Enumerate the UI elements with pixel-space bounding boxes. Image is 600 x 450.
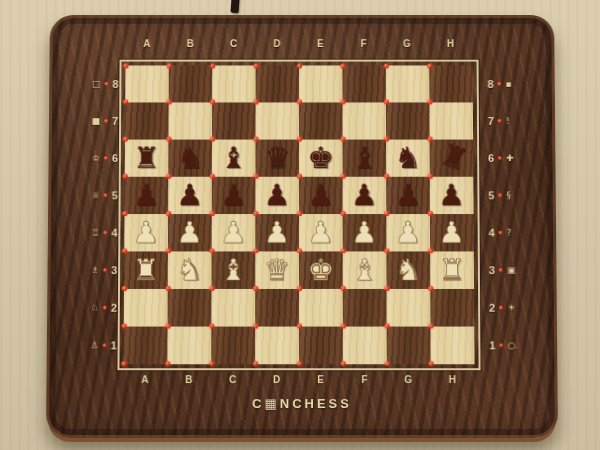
black-pawn: ♟ xyxy=(212,177,256,214)
square-d4: ♟ xyxy=(255,214,299,251)
square-d6: ♛ xyxy=(255,140,299,177)
black-pawn: ♟ xyxy=(386,177,430,214)
black-pawn: ♟ xyxy=(299,177,343,214)
black-rook: ♜ xyxy=(427,132,481,182)
square-a6: ♜ xyxy=(125,140,169,177)
rank-led xyxy=(104,119,108,123)
black-king: ♚ xyxy=(299,140,343,177)
square-a8 xyxy=(125,65,169,102)
white-pawn: ♟ xyxy=(168,214,212,251)
grid-square-icon: ▦ xyxy=(264,396,279,411)
black-pawn: ♟ xyxy=(343,177,387,214)
square-c6: ♝ xyxy=(212,140,256,177)
white-bishop: ♝ xyxy=(343,251,387,289)
rank-row-right-3: 3▣ xyxy=(489,251,529,289)
black-queen: ♛ xyxy=(255,140,299,177)
file-label-bottom-b: B xyxy=(167,374,211,385)
rank-row-left-8: □8 xyxy=(83,65,119,102)
white-pawn: ♟ xyxy=(299,214,343,251)
rank-led xyxy=(499,231,503,235)
file-label-top-b: B xyxy=(169,38,212,49)
black-rook: ♜ xyxy=(125,140,169,177)
file-label-top-c: C xyxy=(212,38,255,49)
square-d8 xyxy=(256,65,299,102)
square-h1 xyxy=(430,327,474,365)
black-pawn: ♟ xyxy=(168,177,212,214)
square-a5: ♟ xyxy=(124,177,168,214)
white-queen: ♛ xyxy=(255,251,299,289)
square-e1 xyxy=(299,327,343,365)
white-knight: ♞ xyxy=(168,251,212,289)
rank-row-right-5: 5§ xyxy=(488,177,528,214)
black-bishop: ♝ xyxy=(212,140,256,177)
rank-led xyxy=(103,343,107,347)
pawn-icon: ♙ xyxy=(90,340,98,350)
square-c4: ♟ xyxy=(212,214,256,251)
rank-label-left-2: 2 xyxy=(111,302,117,314)
file-label-bottom-a: A xyxy=(123,374,167,385)
square-b2 xyxy=(168,289,212,327)
rank-row-right-6: 6✚ xyxy=(488,140,528,177)
rank-led xyxy=(499,268,503,272)
square-h6: ♜ xyxy=(430,140,474,177)
knight-icon: ♘ xyxy=(91,303,99,313)
conchess-logo: C▦NCHESS xyxy=(46,396,557,411)
square-h8 xyxy=(429,65,473,102)
square-e4: ♟ xyxy=(299,214,343,251)
square-g5: ♟ xyxy=(386,177,430,214)
playing-area: ♜♞♝♛♚♝♞♜♟♟♟♟♟♟♟♟♟♟♟♟♟♟♟♟♜♞♝♛♚♝♞♜ xyxy=(117,60,480,371)
file-labels-top: ABCDEFGH xyxy=(126,38,473,49)
square-f4: ♟ xyxy=(343,214,387,251)
rank-row-left-4: ♖4 xyxy=(82,214,118,251)
rank-row-right-1: 1○. xyxy=(489,327,529,365)
square-h3: ♜ xyxy=(430,251,474,289)
logo-text-suffix: NCHESS xyxy=(280,396,352,411)
square-b6: ♞ xyxy=(168,140,212,177)
square-a7 xyxy=(125,102,169,139)
rank-led xyxy=(103,306,107,310)
section-icon: § xyxy=(506,190,511,200)
square-a4: ♟ xyxy=(124,214,168,251)
circle-dot-icon: ○. xyxy=(507,340,518,350)
square-c5: ♟ xyxy=(212,177,256,214)
rank-row-left-1: ♙1 xyxy=(81,327,117,365)
file-label-top-h: H xyxy=(429,38,472,49)
square-a3: ♜ xyxy=(124,251,168,289)
square-d2 xyxy=(255,289,299,327)
square-f7 xyxy=(342,102,386,139)
white-pawn: ♟ xyxy=(343,214,387,251)
exclamation-icon: ! xyxy=(506,116,510,126)
rank-label-right-5: 5 xyxy=(488,190,494,202)
file-labels-bottom: ABCDEFGH xyxy=(123,374,474,385)
rank-row-left-7: ■7 xyxy=(82,102,118,139)
square-g8 xyxy=(386,65,430,102)
white-pawn: ♟ xyxy=(212,214,256,251)
square-b4: ♟ xyxy=(168,214,212,251)
square-b3: ♞ xyxy=(168,251,212,289)
rank-label-right-1: 1 xyxy=(489,339,495,351)
sun-icon: ☀ xyxy=(507,303,515,313)
square-c7 xyxy=(212,102,256,139)
rank-label-right-6: 6 xyxy=(488,152,494,164)
rank-label-left-8: 8 xyxy=(112,78,118,90)
rank-label-left-3: 3 xyxy=(111,264,117,276)
rank-label-left-5: 5 xyxy=(112,190,118,202)
chess-board: ABCDEFGH ♜♞♝♛♚♝♞♜♟♟♟♟♟♟♟♟♟♟♟♟♟♟♟♟♜♞♝♛♚♝♞… xyxy=(46,15,558,438)
rank-led xyxy=(498,156,502,160)
rank-label-right-2: 2 xyxy=(489,302,495,314)
square-b1 xyxy=(167,327,211,365)
square-f2 xyxy=(343,289,387,327)
black-knight: ♞ xyxy=(168,140,212,177)
black-pawn: ♟ xyxy=(430,177,474,214)
bishop-icon: ♗ xyxy=(91,265,99,275)
rank-led xyxy=(104,193,108,197)
rank-row-right-8: 8▪ xyxy=(487,65,527,102)
square-e8 xyxy=(299,65,342,102)
cross-icon: ✚ xyxy=(506,153,514,163)
square-h5: ♟ xyxy=(430,177,474,214)
rank-label-right-4: 4 xyxy=(489,227,495,239)
file-label-bottom-c: C xyxy=(211,374,255,385)
rank-row-right-7: 7! xyxy=(488,102,528,139)
white-pawn: ♟ xyxy=(386,214,430,251)
square-g4: ♟ xyxy=(386,214,430,251)
square-c3: ♝ xyxy=(211,251,255,289)
black-pawn: ♟ xyxy=(255,177,299,214)
square-f5: ♟ xyxy=(343,177,387,214)
square-c8 xyxy=(212,65,256,102)
square-e3: ♚ xyxy=(299,251,343,289)
rank-led xyxy=(103,268,107,272)
square-g3: ♞ xyxy=(386,251,430,289)
rank-row-right-4: 4? xyxy=(488,214,528,251)
square-f3: ♝ xyxy=(343,251,387,289)
filled-square-icon: ■ xyxy=(92,116,100,126)
photo-scene: ABCDEFGH ♜♞♝♛♚♝♞♜♟♟♟♟♟♟♟♟♟♟♟♟♟♟♟♟♜♞♝♛♚♝♞… xyxy=(0,0,600,450)
file-label-bottom-f: F xyxy=(343,374,387,385)
rank-row-right-2: 2☀ xyxy=(489,289,529,327)
square-e6: ♚ xyxy=(299,140,343,177)
clock-icon: ▣ xyxy=(507,265,516,275)
white-bishop: ♝ xyxy=(211,251,255,289)
file-label-bottom-g: G xyxy=(387,374,431,385)
square-c2 xyxy=(211,289,255,327)
file-label-top-f: F xyxy=(342,38,385,49)
square-g2 xyxy=(387,289,431,327)
square-e5: ♟ xyxy=(299,177,343,214)
rank-label-left-4: 4 xyxy=(111,227,117,239)
file-label-top-d: D xyxy=(256,38,299,49)
rank-label-left-7: 7 xyxy=(112,115,118,127)
king-icon: ♔ xyxy=(92,153,100,163)
square-d1 xyxy=(255,327,299,365)
rank-led xyxy=(499,306,503,310)
file-label-bottom-h: H xyxy=(431,374,475,385)
square-b7 xyxy=(168,102,212,139)
white-rook: ♜ xyxy=(124,251,168,289)
rook-icon: ♖ xyxy=(91,228,99,238)
square-f8 xyxy=(342,65,386,102)
rank-led xyxy=(104,156,108,160)
square-g6: ♞ xyxy=(386,140,430,177)
logo-text-prefix: C xyxy=(252,396,264,411)
rank-led xyxy=(498,82,502,86)
file-label-top-a: A xyxy=(126,38,169,49)
empty-square-icon: □ xyxy=(92,79,100,89)
rank-label-right-3: 3 xyxy=(489,264,495,276)
square-b5: ♟ xyxy=(168,177,212,214)
rank-label-left-1: 1 xyxy=(110,339,116,351)
rank-led xyxy=(103,231,107,235)
queen-icon: ♕ xyxy=(92,190,100,200)
rank-label-right-7: 7 xyxy=(488,115,494,127)
file-label-top-e: E xyxy=(299,38,342,49)
square-d5: ♟ xyxy=(255,177,299,214)
square-g7 xyxy=(386,102,430,139)
board-grid: ♜♞♝♛♚♝♞♜♟♟♟♟♟♟♟♟♟♟♟♟♟♟♟♟♜♞♝♛♚♝♞♜ xyxy=(123,65,474,364)
square-f1 xyxy=(343,327,387,365)
square-d7 xyxy=(256,102,300,139)
square-b8 xyxy=(169,65,213,102)
black-bishop: ♝ xyxy=(343,140,387,177)
rank-label-right-8: 8 xyxy=(488,78,494,90)
rank-led xyxy=(499,343,503,347)
file-label-top-g: G xyxy=(386,38,429,49)
square-f6: ♝ xyxy=(343,140,387,177)
square-h2 xyxy=(430,289,474,327)
square-c1 xyxy=(211,327,255,365)
square-g1 xyxy=(387,327,431,365)
square-a2 xyxy=(124,289,168,327)
square-d3: ♛ xyxy=(255,251,299,289)
white-knight: ♞ xyxy=(386,251,430,289)
rank-row-left-3: ♗3 xyxy=(81,251,117,289)
square-a1 xyxy=(123,327,167,365)
white-rook: ♜ xyxy=(430,251,474,289)
black-knight: ♞ xyxy=(386,140,430,177)
file-label-bottom-d: D xyxy=(255,374,299,385)
black-pawn: ♟ xyxy=(124,177,168,214)
rank-row-left-6: ♔6 xyxy=(82,140,118,177)
square-h7 xyxy=(429,102,473,139)
white-king: ♚ xyxy=(299,251,343,289)
rank-led xyxy=(104,82,108,86)
rank-label-left-6: 6 xyxy=(112,152,118,164)
question-icon: ? xyxy=(507,228,512,238)
dot-icon: ▪ xyxy=(505,79,511,89)
white-pawn: ♟ xyxy=(430,214,474,251)
rank-led xyxy=(498,193,502,197)
white-pawn: ♟ xyxy=(124,214,168,251)
rank-led xyxy=(498,119,502,123)
rank-row-left-2: ♘2 xyxy=(81,289,117,327)
square-e7 xyxy=(299,102,343,139)
file-label-bottom-e: E xyxy=(299,374,343,385)
white-pawn: ♟ xyxy=(255,214,299,251)
square-e2 xyxy=(299,289,343,327)
power-cable xyxy=(230,0,239,13)
square-h4: ♟ xyxy=(430,214,474,251)
rank-row-left-5: ♕5 xyxy=(82,177,118,214)
